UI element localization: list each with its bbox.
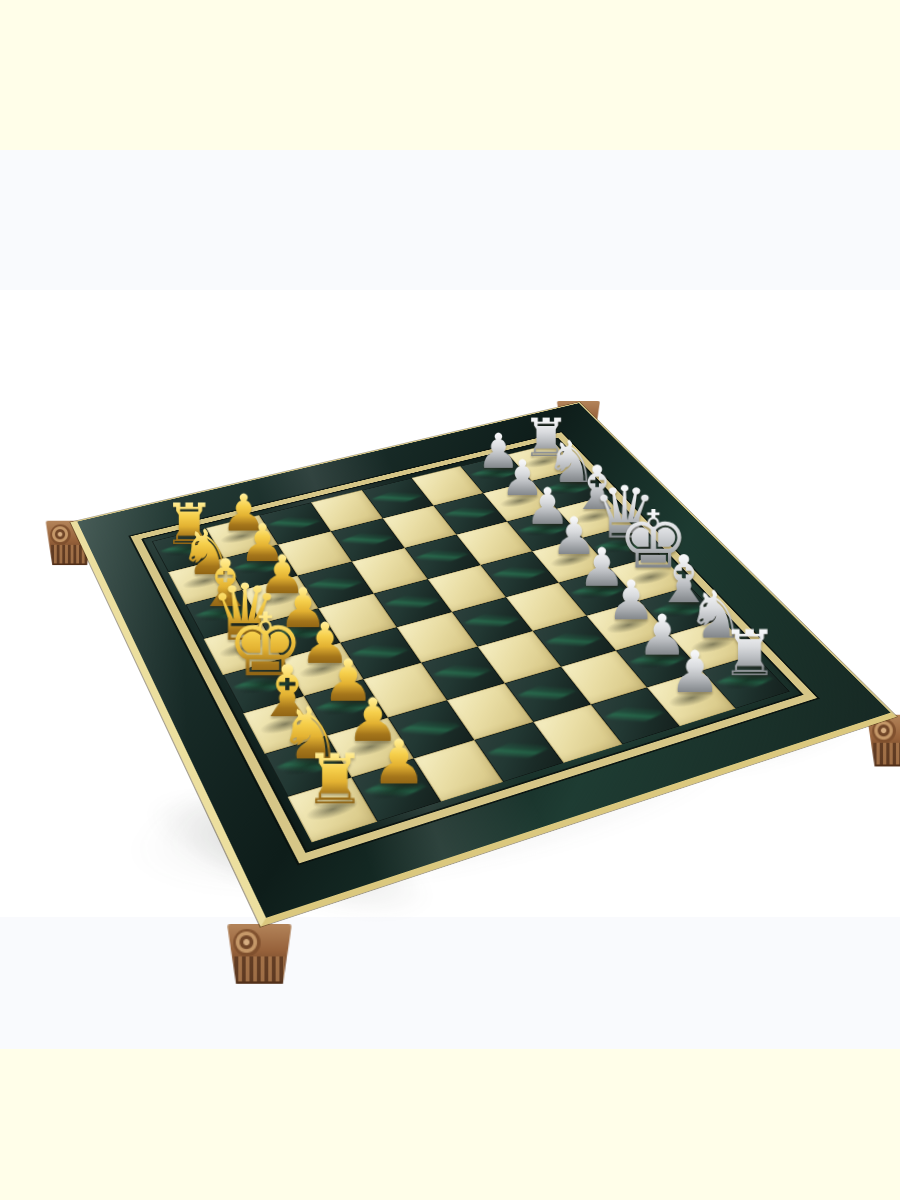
square-g6 [561, 651, 647, 705]
top-gray-band [0, 150, 900, 290]
square-f6 [533, 616, 616, 667]
bronze-foot-icon [227, 924, 292, 984]
bottom-gray-band [0, 917, 900, 1049]
square-g3 [388, 700, 475, 758]
bottom-cream-band [0, 1049, 900, 1200]
square-f3 [363, 663, 447, 718]
product-photo-greek-archers-chess-set: { "game": "chess", "scene_description": … [0, 0, 900, 1200]
top-cream-band [0, 0, 900, 150]
ionic-capital [227, 924, 292, 984]
board-plane: ♜♞♝♛♚♝♞♜♟♟♟♟♟♟♟♟♜♞♝♛♚♝♞♜♟♟♟♟♟♟♟♟ [70, 402, 896, 927]
square-g4 [447, 683, 533, 740]
square-f5 [478, 631, 561, 683]
square-e3 [340, 627, 421, 679]
chess-set-photo-scene: ♜♞♝♛♚♝♞♜♟♟♟♟♟♟♟♟♜♞♝♛♚♝♞♜♟♟♟♟♟♟♟♟ [0, 290, 900, 917]
